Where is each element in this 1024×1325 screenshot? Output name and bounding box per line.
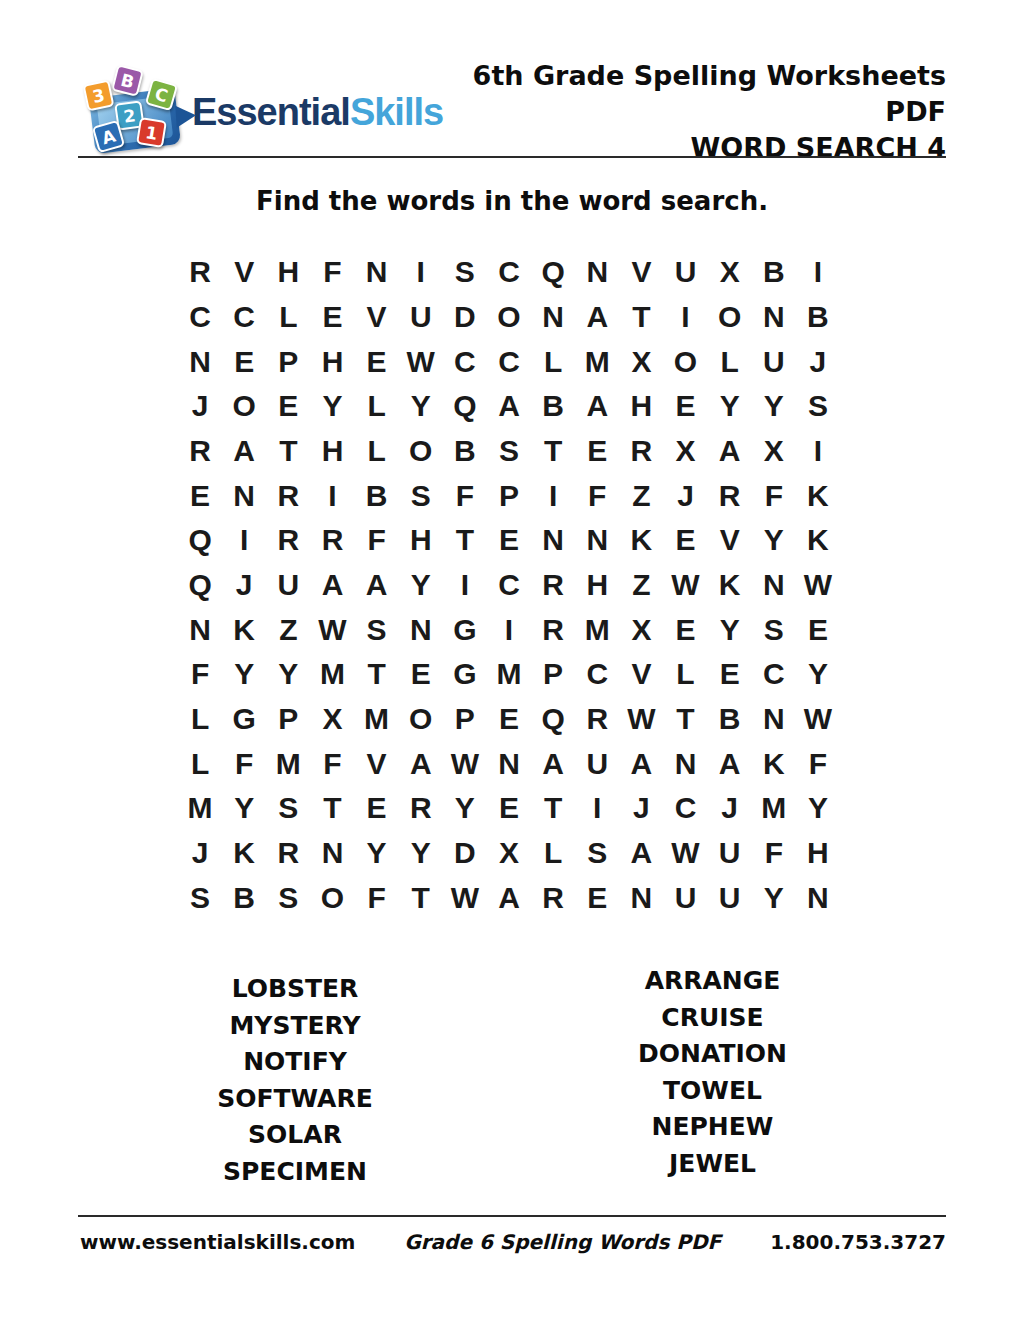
header: B3C2A1 EssentialSkills 6th Grade Spellin…	[82, 66, 946, 158]
grid-cell-r9c10: M	[575, 607, 619, 652]
word-item-cruise: CRUISE	[590, 1000, 835, 1037]
grid-cell-r14c14: F	[752, 831, 796, 876]
grid-cell-r6c6: S	[399, 473, 443, 518]
grid-cell-r2c6: U	[399, 295, 443, 340]
grid-cell-r4c11: H	[619, 384, 663, 429]
grid-cell-r8c7: I	[443, 563, 487, 608]
grid-cell-r8c4: A	[310, 563, 354, 608]
word-item-mystery: MYSTERY	[168, 1008, 422, 1045]
grid-cell-r13c7: Y	[443, 786, 487, 831]
grid-cell-r3c12: O	[663, 339, 707, 384]
grid-cell-r14c4: N	[310, 831, 354, 876]
grid-cell-r2c11: T	[619, 295, 663, 340]
grid-cell-r10c15: Y	[796, 652, 840, 697]
grid-cell-r8c6: Y	[399, 563, 443, 608]
grid-cell-r4c2: O	[222, 384, 266, 429]
grid-cell-r15c15: N	[796, 875, 840, 920]
grid-cell-r11c11: W	[619, 697, 663, 742]
grid-cell-r7c9: N	[531, 518, 575, 563]
grid-cell-r7c4: R	[310, 518, 354, 563]
essentialskills-logo: B3C2A1 EssentialSkills	[82, 67, 443, 157]
word-item-specimen: SPECIMEN	[168, 1154, 422, 1191]
grid-cell-r12c15: F	[796, 741, 840, 786]
grid-cell-r4c10: A	[575, 384, 619, 429]
grid-cell-r10c7: G	[443, 652, 487, 697]
grid-cell-r1c2: V	[222, 250, 266, 295]
grid-cell-r14c6: Y	[399, 831, 443, 876]
grid-cell-r13c14: M	[752, 786, 796, 831]
grid-cell-r13c6: R	[399, 786, 443, 831]
logo-tile-1: 1	[136, 117, 167, 148]
title-block: 6th Grade Spelling Worksheets PDF WORD S…	[443, 58, 946, 166]
grid-cell-r14c9: L	[531, 831, 575, 876]
grid-cell-r6c3: R	[266, 473, 310, 518]
grid-cell-r1c4: F	[310, 250, 354, 295]
grid-cell-r11c15: W	[796, 697, 840, 742]
grid-cell-r12c13: A	[708, 741, 752, 786]
grid-cell-r5c4: H	[310, 429, 354, 474]
grid-cell-r15c10: E	[575, 875, 619, 920]
grid-cell-r9c5: S	[355, 607, 399, 652]
grid-cell-r1c12: U	[663, 250, 707, 295]
grid-cell-r10c2: Y	[222, 652, 266, 697]
grid-cell-r9c14: S	[752, 607, 796, 652]
grid-cell-r5c1: R	[178, 429, 222, 474]
grid-cell-r11c5: M	[355, 697, 399, 742]
grid-cell-r10c10: C	[575, 652, 619, 697]
grid-cell-r15c14: Y	[752, 875, 796, 920]
grid-cell-r13c8: E	[487, 786, 531, 831]
grid-cell-r7c11: K	[619, 518, 663, 563]
grid-cell-r3c15: J	[796, 339, 840, 384]
grid-cell-r10c8: M	[487, 652, 531, 697]
grid-cell-r8c12: W	[663, 563, 707, 608]
grid-cell-r5c8: S	[487, 429, 531, 474]
grid-cell-r6c4: I	[310, 473, 354, 518]
grid-cell-r10c11: V	[619, 652, 663, 697]
grid-cell-r3c5: E	[355, 339, 399, 384]
grid-cell-r12c8: N	[487, 741, 531, 786]
grid-cell-r15c4: O	[310, 875, 354, 920]
grid-cell-r9c15: E	[796, 607, 840, 652]
grid-cell-r12c10: U	[575, 741, 619, 786]
logo-swoosh-icon	[175, 104, 196, 127]
header-divider	[78, 156, 946, 158]
grid-cell-r8c13: K	[708, 563, 752, 608]
grid-cell-r8c11: Z	[619, 563, 663, 608]
grid-cell-r4c3: E	[266, 384, 310, 429]
grid-cell-r5c5: L	[355, 429, 399, 474]
grid-cell-r2c13: O	[708, 295, 752, 340]
grid-cell-r2c15: B	[796, 295, 840, 340]
grid-cell-r4c6: Y	[399, 384, 443, 429]
word-item-donation: DONATION	[590, 1036, 835, 1073]
grid-cell-r7c12: E	[663, 518, 707, 563]
grid-cell-r10c14: C	[752, 652, 796, 697]
grid-cell-r1c5: N	[355, 250, 399, 295]
grid-cell-r12c3: M	[266, 741, 310, 786]
grid-cell-r11c8: E	[487, 697, 531, 742]
grid-cell-r14c5: Y	[355, 831, 399, 876]
grid-cell-r8c5: A	[355, 563, 399, 608]
grid-cell-r8c10: H	[575, 563, 619, 608]
grid-cell-r3c10: M	[575, 339, 619, 384]
grid-cell-r14c10: S	[575, 831, 619, 876]
footer-center-text: Grade 6 Spelling Words PDF	[404, 1230, 721, 1254]
instruction-text: Find the words in the word search.	[0, 186, 1024, 216]
grid-cell-r5c13: A	[708, 429, 752, 474]
grid-cell-r13c13: J	[708, 786, 752, 831]
grid-cell-r13c11: J	[619, 786, 663, 831]
grid-cell-r7c8: E	[487, 518, 531, 563]
grid-cell-r4c15: S	[796, 384, 840, 429]
grid-cell-r6c2: N	[222, 473, 266, 518]
grid-cell-r7c1: Q	[178, 518, 222, 563]
footer-website: www.essentialskills.com	[80, 1230, 355, 1254]
grid-cell-r3c1: N	[178, 339, 222, 384]
grid-cell-r6c1: E	[178, 473, 222, 518]
grid-cell-r14c7: D	[443, 831, 487, 876]
grid-cell-r9c12: E	[663, 607, 707, 652]
grid-cell-r1c10: N	[575, 250, 619, 295]
grid-cell-r11c14: N	[752, 697, 796, 742]
grid-cell-r15c2: B	[222, 875, 266, 920]
grid-cell-r14c15: H	[796, 831, 840, 876]
grid-cell-r10c4: M	[310, 652, 354, 697]
grid-cell-r4c8: A	[487, 384, 531, 429]
grid-cell-r10c5: T	[355, 652, 399, 697]
word-item-lobster: LOBSTER	[168, 971, 422, 1008]
grid-cell-r9c4: W	[310, 607, 354, 652]
grid-cell-r9c6: N	[399, 607, 443, 652]
grid-cell-r6c11: Z	[619, 473, 663, 518]
grid-cell-r1c14: B	[752, 250, 796, 295]
grid-cell-r9c2: K	[222, 607, 266, 652]
word-item-arrange: ARRANGE	[590, 963, 835, 1000]
grid-cell-r8c15: W	[796, 563, 840, 608]
grid-cell-r7c5: F	[355, 518, 399, 563]
grid-cell-r1c15: I	[796, 250, 840, 295]
grid-cell-r15c11: N	[619, 875, 663, 920]
worksheet-subtitle: WORD SEARCH 4	[443, 130, 946, 166]
grid-cell-r7c2: I	[222, 518, 266, 563]
grid-cell-r11c9: Q	[531, 697, 575, 742]
grid-cell-r8c2: J	[222, 563, 266, 608]
grid-cell-r15c6: T	[399, 875, 443, 920]
grid-cell-r14c2: K	[222, 831, 266, 876]
grid-cell-r6c12: J	[663, 473, 707, 518]
grid-cell-r1c1: R	[178, 250, 222, 295]
grid-cell-r1c11: V	[619, 250, 663, 295]
grid-cell-r8c14: N	[752, 563, 796, 608]
grid-cell-r7c3: R	[266, 518, 310, 563]
grid-cell-r11c3: P	[266, 697, 310, 742]
grid-cell-r14c8: X	[487, 831, 531, 876]
grid-cell-r5c2: A	[222, 429, 266, 474]
grid-cell-r12c11: A	[619, 741, 663, 786]
grid-cell-r4c1: J	[178, 384, 222, 429]
grid-cell-r6c9: I	[531, 473, 575, 518]
grid-cell-r8c9: R	[531, 563, 575, 608]
grid-cell-r14c11: A	[619, 831, 663, 876]
grid-cell-r10c9: P	[531, 652, 575, 697]
grid-cell-r2c5: V	[355, 295, 399, 340]
grid-cell-r15c13: U	[708, 875, 752, 920]
grid-cell-r12c5: V	[355, 741, 399, 786]
grid-cell-r9c7: G	[443, 607, 487, 652]
grid-cell-r14c13: U	[708, 831, 752, 876]
grid-cell-r1c3: H	[266, 250, 310, 295]
grid-cell-r13c5: E	[355, 786, 399, 831]
grid-cell-r4c5: L	[355, 384, 399, 429]
grid-cell-r6c15: K	[796, 473, 840, 518]
grid-cell-r5c14: X	[752, 429, 796, 474]
logo-text-skills: Skills	[350, 91, 443, 133]
footer-phone: 1.800.753.3727	[770, 1230, 946, 1254]
grid-cell-r5c12: X	[663, 429, 707, 474]
footer-divider	[78, 1215, 946, 1217]
grid-cell-r15c8: A	[487, 875, 531, 920]
grid-cell-r15c3: S	[266, 875, 310, 920]
grid-cell-r15c5: F	[355, 875, 399, 920]
grid-cell-r11c4: X	[310, 697, 354, 742]
grid-cell-r1c9: Q	[531, 250, 575, 295]
grid-cell-r4c14: Y	[752, 384, 796, 429]
logo-text-essential: Essential	[192, 91, 350, 133]
grid-cell-r11c1: L	[178, 697, 222, 742]
grid-cell-r5c15: I	[796, 429, 840, 474]
grid-cell-r6c5: B	[355, 473, 399, 518]
grid-cell-r9c13: Y	[708, 607, 752, 652]
grid-cell-r8c3: U	[266, 563, 310, 608]
grid-cell-r7c14: Y	[752, 518, 796, 563]
grid-cell-r6c10: F	[575, 473, 619, 518]
grid-cell-r4c9: B	[531, 384, 575, 429]
grid-cell-r9c9: R	[531, 607, 575, 652]
grid-cell-r3c14: U	[752, 339, 796, 384]
grid-cell-r7c7: T	[443, 518, 487, 563]
grid-cell-r4c12: E	[663, 384, 707, 429]
grid-cell-r13c12: C	[663, 786, 707, 831]
grid-cell-r7c13: V	[708, 518, 752, 563]
word-item-notify: NOTIFY	[168, 1044, 422, 1081]
grid-cell-r1c7: S	[443, 250, 487, 295]
grid-cell-r4c4: Y	[310, 384, 354, 429]
grid-cell-r12c2: F	[222, 741, 266, 786]
grid-cell-r3c3: P	[266, 339, 310, 384]
grid-cell-r3c4: H	[310, 339, 354, 384]
grid-cell-r11c7: P	[443, 697, 487, 742]
grid-cell-r14c3: R	[266, 831, 310, 876]
grid-cell-r11c13: B	[708, 697, 752, 742]
grid-cell-r2c14: N	[752, 295, 796, 340]
grid-cell-r3c9: L	[531, 339, 575, 384]
grid-cell-r14c1: J	[178, 831, 222, 876]
logo-tile-3: 3	[82, 79, 114, 111]
logo-mark: B3C2A1	[82, 67, 190, 157]
grid-cell-r12c4: F	[310, 741, 354, 786]
grid-cell-r10c1: F	[178, 652, 222, 697]
grid-cell-r9c11: X	[619, 607, 663, 652]
grid-cell-r15c7: W	[443, 875, 487, 920]
grid-cell-r7c10: N	[575, 518, 619, 563]
grid-cell-r3c6: W	[399, 339, 443, 384]
grid-cell-r9c3: Z	[266, 607, 310, 652]
grid-cell-r12c12: N	[663, 741, 707, 786]
grid-cell-r15c1: S	[178, 875, 222, 920]
word-search-grid: RVHFNISCQNVUXBICCLEVUDONATIONBNEPHEWCCLM…	[178, 250, 840, 920]
grid-cell-r2c9: N	[531, 295, 575, 340]
grid-cell-r9c1: N	[178, 607, 222, 652]
grid-cell-r2c12: I	[663, 295, 707, 340]
grid-cell-r11c12: T	[663, 697, 707, 742]
grid-cell-r5c11: R	[619, 429, 663, 474]
grid-cell-r4c13: Y	[708, 384, 752, 429]
logo-wordmark: EssentialSkills	[192, 91, 443, 134]
grid-cell-r11c10: R	[575, 697, 619, 742]
grid-cell-r6c7: F	[443, 473, 487, 518]
grid-cell-r13c1: M	[178, 786, 222, 831]
grid-cell-r2c7: D	[443, 295, 487, 340]
word-item-nephew: NEPHEW	[590, 1109, 835, 1146]
grid-cell-r12c14: K	[752, 741, 796, 786]
grid-cell-r2c2: C	[222, 295, 266, 340]
grid-cell-r2c4: E	[310, 295, 354, 340]
word-list-right: ARRANGECRUISEDONATIONTOWELNEPHEWJEWEL	[590, 963, 835, 1183]
grid-cell-r9c8: I	[487, 607, 531, 652]
grid-cell-r5c9: T	[531, 429, 575, 474]
grid-cell-r12c1: L	[178, 741, 222, 786]
grid-cell-r2c8: O	[487, 295, 531, 340]
grid-cell-r3c2: E	[222, 339, 266, 384]
grid-cell-r1c8: C	[487, 250, 531, 295]
grid-cell-r15c9: R	[531, 875, 575, 920]
worksheet-title: 6th Grade Spelling Worksheets PDF	[443, 58, 946, 130]
grid-cell-r3c8: C	[487, 339, 531, 384]
grid-cell-r13c2: Y	[222, 786, 266, 831]
grid-cell-r11c2: G	[222, 697, 266, 742]
grid-cell-r5c10: E	[575, 429, 619, 474]
grid-cell-r13c10: I	[575, 786, 619, 831]
grid-cell-r2c10: A	[575, 295, 619, 340]
grid-cell-r12c9: A	[531, 741, 575, 786]
grid-cell-r15c12: U	[663, 875, 707, 920]
grid-cell-r5c3: T	[266, 429, 310, 474]
grid-cell-r13c15: Y	[796, 786, 840, 831]
grid-cell-r10c6: E	[399, 652, 443, 697]
grid-cell-r4c7: Q	[443, 384, 487, 429]
word-item-solar: SOLAR	[168, 1117, 422, 1154]
grid-cell-r13c4: T	[310, 786, 354, 831]
grid-cell-r8c8: C	[487, 563, 531, 608]
grid-cell-r6c8: P	[487, 473, 531, 518]
grid-cell-r6c14: F	[752, 473, 796, 518]
grid-cell-r3c13: L	[708, 339, 752, 384]
word-item-software: SOFTWARE	[168, 1081, 422, 1118]
grid-cell-r12c7: W	[443, 741, 487, 786]
grid-cell-r3c7: C	[443, 339, 487, 384]
word-item-jewel: JEWEL	[590, 1146, 835, 1183]
grid-cell-r1c13: X	[708, 250, 752, 295]
footer: www.essentialskills.com Grade 6 Spelling…	[80, 1230, 946, 1254]
grid-cell-r7c15: K	[796, 518, 840, 563]
grid-cell-r13c9: T	[531, 786, 575, 831]
grid-cell-r1c6: I	[399, 250, 443, 295]
grid-cell-r13c3: S	[266, 786, 310, 831]
grid-cell-r12c6: A	[399, 741, 443, 786]
word-list-left: LOBSTERMYSTERYNOTIFYSOFTWARESOLARSPECIME…	[168, 971, 422, 1191]
worksheet-page: B3C2A1 EssentialSkills 6th Grade Spellin…	[0, 0, 1024, 1325]
grid-cell-r8c1: Q	[178, 563, 222, 608]
grid-cell-r2c1: C	[178, 295, 222, 340]
grid-cell-r5c7: B	[443, 429, 487, 474]
grid-cell-r11c6: O	[399, 697, 443, 742]
word-item-towel: TOWEL	[590, 1073, 835, 1110]
grid-cell-r10c13: E	[708, 652, 752, 697]
grid-cell-r6c13: R	[708, 473, 752, 518]
grid-cell-r14c12: W	[663, 831, 707, 876]
grid-cell-r10c3: Y	[266, 652, 310, 697]
grid-cell-r10c12: L	[663, 652, 707, 697]
grid-cell-r7c6: H	[399, 518, 443, 563]
grid-cell-r3c11: X	[619, 339, 663, 384]
grid-cell-r5c6: O	[399, 429, 443, 474]
grid-cell-r2c3: L	[266, 295, 310, 340]
